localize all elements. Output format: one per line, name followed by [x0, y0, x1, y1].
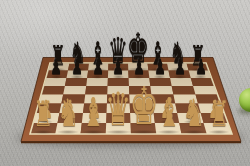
- piece-black-pawn-e7[interactable]: ♟: [129, 56, 148, 77]
- black-pawn-glyph: ♟: [51, 56, 63, 77]
- black-pawn-glyph: ♟: [133, 56, 145, 77]
- piece-black-pawn-f7[interactable]: ♟: [150, 56, 169, 77]
- board-front-edge: [21, 142, 241, 144]
- black-pawn-glyph: ♟: [174, 56, 186, 77]
- piece-black-pawn-h7[interactable]: ♟: [191, 56, 210, 77]
- black-pawn-glyph: ♟: [195, 56, 207, 77]
- black-pawn-glyph: ♟: [112, 56, 124, 77]
- piece-black-pawn-a7[interactable]: ♟: [47, 56, 66, 77]
- piece-black-pawn-d7[interactable]: ♟: [109, 56, 128, 77]
- white-rook-glyph: ♜: [209, 97, 228, 132]
- white-rook-glyph: ♜: [33, 97, 52, 132]
- black-pawn-glyph: ♟: [71, 56, 83, 77]
- piece-white-rook-h1[interactable]: ♜: [203, 97, 234, 132]
- piece-black-pawn-c7[interactable]: ♟: [88, 56, 107, 77]
- piece-black-pawn-g7[interactable]: ♟: [171, 56, 190, 77]
- piece-black-pawn-b7[interactable]: ♟: [68, 56, 87, 77]
- white-knight-glyph: ♞: [183, 94, 204, 132]
- photo-scene: ♜♞♝♛♚♝♞♜♟♟♟♟♟♟♟♟♟♟♟♟♟♟♟♟♜♞♝♛♚♝♞♜: [0, 0, 250, 166]
- black-pawn-glyph: ♟: [92, 56, 104, 77]
- black-pawn-glyph: ♟: [154, 56, 166, 77]
